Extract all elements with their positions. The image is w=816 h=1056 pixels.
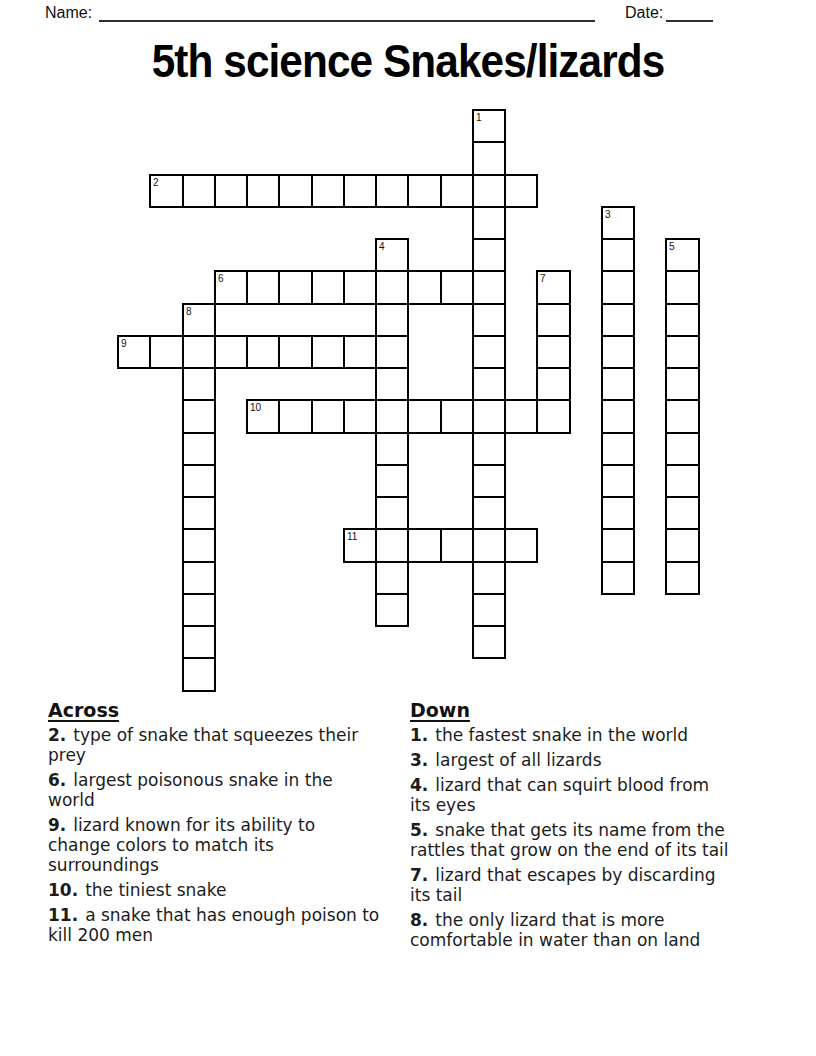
grid-cell-r8c8[interactable]	[375, 367, 409, 401]
grid-cell-r5c6[interactable]	[311, 270, 345, 305]
across-clue-2: 2.type of snake that squeezes their prey	[48, 725, 406, 765]
grid-cell-r13c10[interactable]	[440, 528, 474, 563]
down-clue-8: 8.the only lizard that is more comfortab…	[410, 910, 810, 950]
grid-cell-r10c15[interactable]	[601, 432, 635, 466]
clue-text: largest poisonous snake in the world	[48, 770, 333, 810]
grid-cell-r5c7[interactable]	[343, 270, 377, 305]
grid-cell-r12c17[interactable]	[665, 496, 700, 530]
grid-cell-r6c15[interactable]	[601, 303, 635, 337]
clue-number: 6.	[48, 770, 66, 790]
grid-cell-r11c17[interactable]	[665, 464, 700, 498]
grid-cell-r6c11[interactable]	[472, 303, 506, 337]
grid-cell-r14c17[interactable]	[665, 561, 700, 595]
grid-cell-r13c2[interactable]	[182, 528, 216, 563]
clue-text: type of snake that squeezes their prey	[48, 725, 358, 765]
down-clues-list: 1.the fastest snake in the world3.larges…	[410, 725, 810, 950]
down-clue-1: 1.the fastest snake in the world	[410, 725, 810, 745]
grid-cell-r11c2[interactable]	[182, 464, 216, 498]
grid-cell-r2c9[interactable]	[407, 174, 442, 208]
grid-cell-r11c15[interactable]	[601, 464, 635, 498]
worksheet-page: { "header": { "name_label": "Name:", "da…	[0, 0, 816, 1056]
clue-number: 10.	[48, 880, 78, 900]
clue-number: 4.	[410, 775, 428, 795]
grid-cell-r13c11[interactable]	[472, 528, 506, 563]
clue-number: 3.	[410, 750, 428, 770]
grid-cell-r13c8[interactable]	[375, 528, 409, 563]
across-clue-9: 9.lizard known for its ability to change…	[48, 815, 406, 875]
grid-cell-r9c2[interactable]	[182, 399, 216, 434]
down-heading: Down	[410, 699, 810, 721]
grid-cell-r2c4[interactable]	[246, 174, 280, 208]
grid-cell-r17c2[interactable]	[182, 657, 216, 692]
grid-cell-r2c8[interactable]	[375, 174, 409, 208]
clue-number: 2.	[48, 725, 66, 745]
across-clues-list: 2.type of snake that squeezes their prey…	[48, 725, 406, 945]
clue-number: 7.	[410, 865, 428, 885]
grid-cell-r2c11[interactable]	[472, 174, 506, 208]
grid-cell-r2c5[interactable]	[278, 174, 313, 208]
grid-cell-r16c2[interactable]	[182, 625, 216, 659]
grid-cell-r7c5[interactable]	[278, 335, 313, 369]
cell-number-7: 7	[540, 273, 546, 284]
grid-cell-r9c17[interactable]	[665, 399, 700, 434]
grid-cell-r5c9[interactable]	[407, 270, 442, 305]
grid-cell-r5c8[interactable]	[375, 270, 409, 305]
grid-cell-r12c11[interactable]	[472, 496, 506, 530]
grid-cell-r14c15[interactable]	[601, 561, 635, 595]
grid-cell-r7c15[interactable]	[601, 335, 635, 369]
grid-cell-r7c13[interactable]	[536, 335, 571, 369]
grid-cell-r7c1[interactable]	[149, 335, 184, 369]
cell-number-4: 4	[379, 241, 385, 252]
grid-cell-r4c15[interactable]	[601, 238, 635, 272]
grid-cell-r8c2[interactable]	[182, 367, 216, 401]
cell-number-3: 3	[605, 209, 611, 220]
clue-number: 1.	[410, 725, 428, 745]
grid-cell-r9c5[interactable]	[278, 399, 313, 434]
grid-cell-r8c17[interactable]	[665, 367, 700, 401]
grid-cell-r15c2[interactable]	[182, 593, 216, 627]
grid-cell-r7c17[interactable]	[665, 335, 700, 369]
grid-cell-r14c8[interactable]	[375, 561, 409, 595]
grid-cell-r12c2[interactable]	[182, 496, 216, 530]
cell-number-8: 8	[186, 306, 192, 317]
clue-text: lizard known for its ability to change c…	[48, 815, 315, 875]
grid-cell-r4c11[interactable]	[472, 238, 506, 272]
grid-cell-r11c11[interactable]	[472, 464, 506, 498]
clue-text: largest of all lizards	[435, 750, 601, 770]
grid-cell-r7c8[interactable]	[375, 335, 409, 369]
clue-number: 9.	[48, 815, 66, 835]
grid-cell-r6c17[interactable]	[665, 303, 700, 337]
grid-cell-r14c11[interactable]	[472, 561, 506, 595]
grid-cell-r3c11[interactable]	[472, 206, 506, 240]
down-clue-5: 5.snake that gets its name from the ratt…	[410, 820, 810, 860]
cell-number-9: 9	[121, 338, 127, 349]
grid-cell-r13c9[interactable]	[407, 528, 442, 563]
clue-number: 5.	[410, 820, 428, 840]
grid-cell-r2c3[interactable]	[214, 174, 248, 208]
grid-cell-r9c11[interactable]	[472, 399, 506, 434]
grid-cell-r15c8[interactable]	[375, 593, 409, 627]
grid-cell-r7c11[interactable]	[472, 335, 506, 369]
across-clue-10: 10.the tiniest snake	[48, 880, 406, 900]
grid-cell-r13c15[interactable]	[601, 528, 635, 563]
grid-cell-r2c12[interactable]	[504, 174, 538, 208]
grid-cell-r6c13[interactable]	[536, 303, 571, 337]
cell-number-5: 5	[669, 241, 675, 252]
grid-cell-r13c17[interactable]	[665, 528, 700, 563]
grid-cell-r5c15[interactable]	[601, 270, 635, 305]
crossword-grid: 1234567891011	[0, 0, 816, 700]
grid-cell-r7c3[interactable]	[214, 335, 248, 369]
grid-cell-r10c11[interactable]	[472, 432, 506, 466]
down-clue-7: 7.lizard that escapes by discarding its …	[410, 865, 810, 905]
grid-cell-r11c8[interactable]	[375, 464, 409, 498]
grid-cell-r2c2[interactable]	[182, 174, 216, 208]
grid-cell-r5c10[interactable]	[440, 270, 474, 305]
grid-cell-r7c7[interactable]	[343, 335, 377, 369]
across-clue-11: 11.a snake that has enough poison to kil…	[48, 905, 406, 945]
across-heading: Across	[48, 699, 406, 721]
clue-text: the tiniest snake	[85, 880, 226, 900]
grid-cell-r10c2[interactable]	[182, 432, 216, 466]
cell-number-1: 1	[476, 112, 482, 123]
grid-cell-r16c11[interactable]	[472, 625, 506, 659]
grid-cell-r9c15[interactable]	[601, 399, 635, 434]
clue-text: the fastest snake in the world	[435, 725, 688, 745]
grid-cell-r2c7[interactable]	[343, 174, 377, 208]
grid-cell-r9c8[interactable]	[375, 399, 409, 434]
grid-cell-r5c5[interactable]	[278, 270, 313, 305]
cell-number-10: 10	[250, 402, 261, 413]
down-clues-section: Down 1.the fastest snake in the world3.l…	[410, 699, 810, 955]
grid-cell-r7c2[interactable]	[182, 335, 216, 369]
grid-cell-r1c11[interactable]	[472, 141, 506, 176]
grid-cell-r12c8[interactable]	[375, 496, 409, 530]
grid-cell-r13c12[interactable]	[504, 528, 538, 563]
clue-text: a snake that has enough poison to kill 2…	[48, 905, 379, 945]
grid-cell-r10c8[interactable]	[375, 432, 409, 466]
grid-cell-r9c9[interactable]	[407, 399, 442, 434]
grid-cell-r5c17[interactable]	[665, 270, 700, 305]
clue-text: lizard that can squirt blood from its ey…	[410, 775, 709, 815]
grid-cell-r6c8[interactable]	[375, 303, 409, 337]
cell-number-11: 11	[347, 531, 357, 542]
grid-cell-r10c17[interactable]	[665, 432, 700, 466]
grid-cell-r15c11[interactable]	[472, 593, 506, 627]
grid-cell-r9c13[interactable]	[536, 399, 571, 434]
grid-cell-r9c12[interactable]	[504, 399, 538, 434]
clue-text: the only lizard that is more comfortable…	[410, 910, 700, 950]
grid-cell-r8c11[interactable]	[472, 367, 506, 401]
grid-cell-r7c6[interactable]	[311, 335, 345, 369]
grid-cell-r9c6[interactable]	[311, 399, 345, 434]
grid-cell-r5c11[interactable]	[472, 270, 506, 305]
clue-number: 11.	[48, 905, 78, 925]
grid-cell-r12c15[interactable]	[601, 496, 635, 530]
grid-cell-r8c15[interactable]	[601, 367, 635, 401]
grid-cell-r9c10[interactable]	[440, 399, 474, 434]
grid-cell-r2c6[interactable]	[311, 174, 345, 208]
clue-text: snake that gets its name from the rattle…	[410, 820, 729, 860]
clue-number: 8.	[410, 910, 428, 930]
across-clue-6: 6.largest poisonous snake in the world	[48, 770, 406, 810]
down-clue-3: 3.largest of all lizards	[410, 750, 810, 770]
grid-cell-r5c4[interactable]	[246, 270, 280, 305]
down-clue-4: 4.lizard that can squirt blood from its …	[410, 775, 810, 815]
grid-cell-r14c2[interactable]	[182, 561, 216, 595]
cell-number-6: 6	[218, 273, 224, 284]
grid-cell-r8c13[interactable]	[536, 367, 571, 401]
cell-number-2: 2	[153, 177, 159, 188]
grid-cell-r2c10[interactable]	[440, 174, 474, 208]
clue-text: lizard that escapes by discarding its ta…	[410, 865, 716, 905]
across-clues-section: Across 2.type of snake that squeezes the…	[48, 699, 406, 950]
grid-cell-r9c7[interactable]	[343, 399, 377, 434]
grid-cell-r7c4[interactable]	[246, 335, 280, 369]
